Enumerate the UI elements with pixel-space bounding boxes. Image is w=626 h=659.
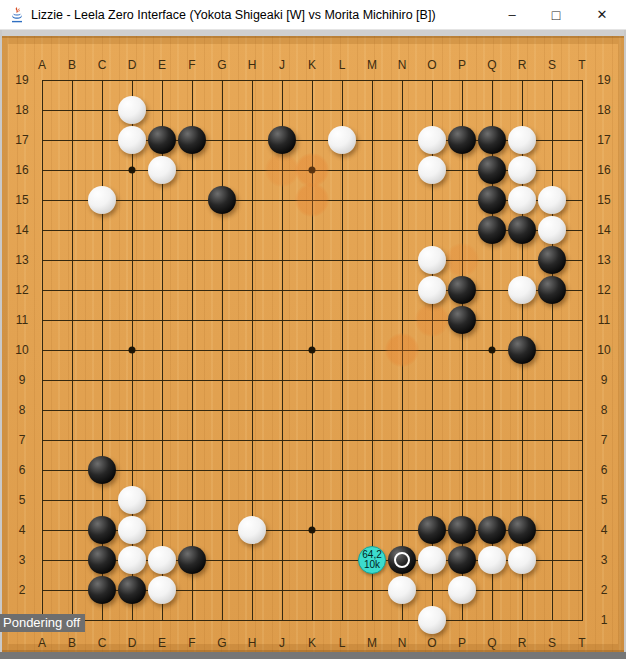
row-label: 3	[19, 553, 26, 567]
stone-black[interactable]	[448, 546, 476, 574]
column-label: Q	[487, 636, 496, 650]
row-label: 11	[16, 313, 28, 327]
row-label: 8	[601, 403, 608, 417]
heatmap-circle[interactable]	[265, 153, 299, 187]
column-label: J	[279, 636, 285, 650]
row-label: 4	[19, 523, 26, 537]
column-label: G	[217, 58, 226, 72]
stone-white[interactable]	[418, 126, 446, 154]
stone-white[interactable]	[508, 156, 536, 184]
column-label: B	[68, 636, 76, 650]
stone-black[interactable]	[178, 546, 206, 574]
column-label: P	[458, 636, 466, 650]
last-move-marker	[394, 552, 410, 568]
row-label: 7	[19, 433, 26, 447]
row-label: 2	[19, 583, 26, 597]
window-content: AABBCCDDEEFFGGHHJJKKLLMMNNOOPPQQRRSSTT19…	[0, 30, 626, 652]
column-label: F	[188, 636, 195, 650]
minimize-button[interactable]: –	[495, 0, 529, 30]
stone-white[interactable]	[418, 606, 446, 634]
row-label: 5	[601, 493, 608, 507]
stone-white[interactable]	[118, 486, 146, 514]
stone-white[interactable]	[328, 126, 356, 154]
stone-white[interactable]	[88, 186, 116, 214]
row-label: 14	[15, 223, 28, 237]
column-label: G	[217, 636, 226, 650]
column-label: K	[308, 636, 316, 650]
grid-line	[42, 410, 583, 411]
stone-black[interactable]	[418, 516, 446, 544]
stone-black[interactable]	[478, 156, 506, 184]
grid-line	[582, 80, 583, 621]
stone-black[interactable]	[88, 516, 116, 544]
column-label: S	[548, 58, 556, 72]
row-label: 8	[19, 403, 26, 417]
grid-line	[42, 440, 583, 441]
column-label: R	[518, 636, 527, 650]
column-label: J	[279, 58, 285, 72]
stone-white[interactable]	[418, 276, 446, 304]
row-label: 10	[597, 343, 610, 357]
column-label: F	[188, 58, 195, 72]
stone-black[interactable]	[538, 246, 566, 274]
stone-black[interactable]	[448, 276, 476, 304]
stone-white[interactable]	[508, 276, 536, 304]
row-label: 9	[19, 373, 26, 387]
stone-white[interactable]	[508, 186, 536, 214]
column-label: D	[128, 58, 137, 72]
column-label: N	[398, 636, 407, 650]
row-label: 9	[601, 373, 608, 387]
row-label: 12	[597, 283, 610, 297]
row-label: 5	[19, 493, 26, 507]
column-label: E	[158, 636, 166, 650]
row-label: 15	[15, 193, 28, 207]
stone-black[interactable]	[478, 216, 506, 244]
column-label: M	[367, 58, 377, 72]
column-label: H	[248, 636, 257, 650]
stone-white[interactable]	[388, 576, 416, 604]
column-label: B	[68, 58, 76, 72]
column-label: R	[518, 58, 527, 72]
java-icon	[9, 7, 25, 23]
grid-line	[42, 380, 583, 381]
grid-line	[552, 80, 553, 621]
row-label: 11	[598, 313, 610, 327]
stone-black[interactable]	[448, 126, 476, 154]
stone-white[interactable]	[118, 126, 146, 154]
heatmap-circle[interactable]	[385, 333, 419, 367]
stone-white[interactable]	[538, 216, 566, 244]
stone-white[interactable]	[118, 96, 146, 124]
row-label: 14	[597, 223, 610, 237]
column-label: T	[578, 636, 585, 650]
row-label: 13	[15, 253, 28, 267]
heatmap-circle[interactable]	[295, 183, 329, 217]
row-label: 10	[15, 343, 28, 357]
column-label: D	[128, 636, 137, 650]
column-label: O	[427, 58, 436, 72]
best-move-visits: 10k	[364, 560, 380, 570]
stone-white[interactable]	[418, 246, 446, 274]
row-label: 3	[601, 553, 608, 567]
column-label: A	[38, 58, 46, 72]
heatmap-circle[interactable]	[415, 303, 449, 337]
status-bar: Pondering off	[0, 614, 85, 632]
row-label: 4	[601, 523, 608, 537]
stone-black[interactable]	[178, 126, 206, 154]
column-label: O	[427, 636, 436, 650]
stone-black[interactable]	[508, 516, 536, 544]
star-point	[309, 347, 316, 354]
stone-white[interactable]	[418, 156, 446, 184]
best-move-suggestion[interactable]: 64,210k	[358, 546, 386, 574]
row-label: 18	[15, 103, 28, 117]
stone-black[interactable]	[448, 516, 476, 544]
stone-white[interactable]	[448, 576, 476, 604]
stone-black[interactable]	[508, 336, 536, 364]
row-label: 13	[597, 253, 610, 267]
stone-white[interactable]	[118, 516, 146, 544]
stone-black[interactable]	[268, 126, 296, 154]
row-label: 15	[597, 193, 610, 207]
close-button[interactable]: ✕	[585, 0, 619, 30]
row-label: 12	[15, 283, 28, 297]
column-label: P	[458, 58, 466, 72]
maximize-button[interactable]: □	[539, 0, 573, 30]
stone-white[interactable]	[148, 576, 176, 604]
stone-white[interactable]	[508, 546, 536, 574]
stone-black[interactable]	[118, 576, 146, 604]
row-label: 16	[15, 163, 28, 177]
column-label: T	[578, 58, 585, 72]
row-label: 6	[601, 463, 608, 477]
row-label: 2	[601, 583, 608, 597]
stone-black[interactable]	[478, 516, 506, 544]
stone-black[interactable]	[478, 186, 506, 214]
goban[interactable]: AABBCCDDEEFFGGHHJJKKLLMMNNOOPPQQRRSSTT19…	[0, 36, 626, 652]
stone-white[interactable]	[508, 126, 536, 154]
heatmap-circle[interactable]	[295, 153, 329, 187]
stone-white[interactable]	[238, 516, 266, 544]
column-label: N	[398, 58, 407, 72]
lizzie-window: Lizzie - Leela Zero Interface (Yokota Sh…	[0, 0, 626, 659]
star-point	[309, 527, 316, 534]
stone-black[interactable]	[448, 306, 476, 334]
stone-black[interactable]	[478, 126, 506, 154]
row-label: 17	[15, 133, 28, 147]
row-label: 6	[19, 463, 26, 477]
row-label: 16	[597, 163, 610, 177]
stone-black[interactable]	[538, 276, 566, 304]
column-label: C	[98, 58, 107, 72]
star-point	[489, 347, 496, 354]
row-label: 19	[15, 73, 28, 87]
column-label: K	[308, 58, 316, 72]
column-label: L	[339, 58, 346, 72]
left-frame	[0, 30, 2, 652]
column-label: Q	[487, 58, 496, 72]
bottom-frame	[0, 652, 626, 659]
stone-black[interactable]	[208, 186, 236, 214]
column-label: H	[248, 58, 257, 72]
title-bar[interactable]: Lizzie - Leela Zero Interface (Yokota Sh…	[0, 0, 626, 30]
column-label: A	[38, 636, 46, 650]
row-label: 18	[597, 103, 610, 117]
column-label: C	[98, 636, 107, 650]
stone-white[interactable]	[118, 546, 146, 574]
stone-black[interactable]	[508, 216, 536, 244]
row-label: 17	[597, 133, 610, 147]
stone-black[interactable]	[88, 576, 116, 604]
column-label: M	[367, 636, 377, 650]
star-point	[129, 347, 136, 354]
column-label: L	[339, 636, 346, 650]
column-label: E	[158, 58, 166, 72]
grid-line	[42, 620, 583, 621]
grid-line	[42, 470, 583, 471]
heatmap-circle[interactable]	[445, 243, 479, 277]
row-label: 7	[601, 433, 608, 447]
star-point	[129, 167, 136, 174]
column-label: S	[548, 636, 556, 650]
stone-white[interactable]	[538, 186, 566, 214]
stone-black[interactable]	[148, 126, 176, 154]
stone-white[interactable]	[418, 546, 446, 574]
stone-white[interactable]	[148, 156, 176, 184]
window-title: Lizzie - Leela Zero Interface (Yokota Sh…	[31, 0, 436, 30]
stone-black[interactable]	[88, 546, 116, 574]
stone-white[interactable]	[478, 546, 506, 574]
stone-black[interactable]	[88, 456, 116, 484]
grid-line	[342, 80, 343, 621]
row-label: 19	[597, 73, 610, 87]
row-label: 1	[601, 613, 608, 627]
grid-line	[372, 80, 373, 621]
stone-white[interactable]	[148, 546, 176, 574]
